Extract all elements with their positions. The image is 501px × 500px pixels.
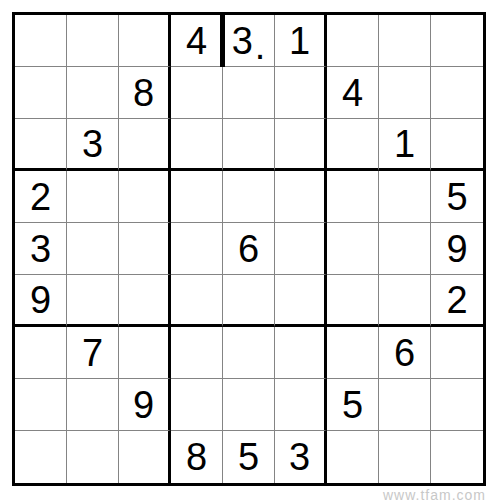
given-digit: 3	[289, 438, 310, 476]
watermark-text: www.tfam.com	[383, 487, 486, 500]
cell-r1c6[interactable]: 1	[275, 15, 327, 67]
cell-r9c7[interactable]	[327, 431, 379, 483]
cell-r6c1[interactable]: 9	[15, 275, 67, 327]
cell-r5c3[interactable]	[119, 223, 171, 275]
cell-r9c2[interactable]	[67, 431, 119, 483]
cell-r2c6[interactable]	[275, 67, 327, 119]
given-digit: 7	[82, 334, 103, 372]
cell-r9c1[interactable]	[15, 431, 67, 483]
given-digit: 2	[30, 178, 51, 216]
cell-r9c4[interactable]: 8	[171, 431, 223, 483]
cell-r1c3[interactable]	[119, 15, 171, 67]
sudoku-board: 43.1843125369927695853	[12, 12, 486, 486]
trailing-dot: .	[255, 27, 266, 65]
cell-r7c2[interactable]: 7	[67, 327, 119, 379]
cell-r8c7[interactable]: 5	[327, 379, 379, 431]
given-digit: 8	[186, 438, 207, 476]
given-digit: 8	[133, 74, 154, 112]
cell-r6c2[interactable]	[67, 275, 119, 327]
cell-r5c4[interactable]	[171, 223, 223, 275]
cell-r3c2[interactable]: 3	[67, 119, 119, 171]
cell-r2c1[interactable]	[15, 67, 67, 119]
cell-r2c5[interactable]	[223, 67, 275, 119]
cell-r9c8[interactable]	[379, 431, 431, 483]
cell-r1c9[interactable]	[431, 15, 483, 67]
cell-r6c4[interactable]	[171, 275, 223, 327]
cell-r2c8[interactable]	[379, 67, 431, 119]
cell-r9c5[interactable]: 5	[223, 431, 275, 483]
cell-r6c5[interactable]	[223, 275, 275, 327]
given-digit: 4	[186, 22, 207, 60]
given-digit: 9	[30, 281, 51, 319]
cell-r9c9[interactable]	[431, 431, 483, 483]
cell-r1c5[interactable]: 3.	[223, 15, 275, 67]
cell-r8c4[interactable]	[171, 379, 223, 431]
cell-r1c4[interactable]: 4	[171, 15, 223, 67]
cell-r1c8[interactable]	[379, 15, 431, 67]
given-digit: 9	[133, 386, 154, 424]
given-digit: 6	[394, 334, 415, 372]
cell-r3c1[interactable]	[15, 119, 67, 171]
cell-r7c1[interactable]	[15, 327, 67, 379]
cell-r7c9[interactable]	[431, 327, 483, 379]
given-digit: 6	[238, 230, 259, 268]
given-digit: 3	[30, 230, 51, 268]
cell-r9c6[interactable]: 3	[275, 431, 327, 483]
cell-r6c3[interactable]	[119, 275, 171, 327]
cell-r5c1[interactable]: 3	[15, 223, 67, 275]
cell-r5c8[interactable]	[379, 223, 431, 275]
cell-r4c3[interactable]	[119, 171, 171, 223]
cell-r4c8[interactable]	[379, 171, 431, 223]
cell-r8c2[interactable]	[67, 379, 119, 431]
cell-r1c1[interactable]	[15, 15, 67, 67]
cell-r3c9[interactable]	[431, 119, 483, 171]
cell-r4c9[interactable]: 5	[431, 171, 483, 223]
cell-r8c6[interactable]	[275, 379, 327, 431]
given-digit: 5	[238, 438, 259, 476]
cell-r2c3[interactable]: 8	[119, 67, 171, 119]
cell-r2c9[interactable]	[431, 67, 483, 119]
cell-r3c7[interactable]	[327, 119, 379, 171]
cell-r3c8[interactable]: 1	[379, 119, 431, 171]
cell-r1c2[interactable]	[67, 15, 119, 67]
given-digit: 3	[82, 125, 103, 163]
cell-r5c5[interactable]: 6	[223, 223, 275, 275]
given-digit: 3	[232, 22, 253, 60]
cell-r6c6[interactable]	[275, 275, 327, 327]
cell-r3c5[interactable]	[223, 119, 275, 171]
cell-r7c7[interactable]	[327, 327, 379, 379]
given-digit: 4	[342, 74, 363, 112]
cell-r5c7[interactable]	[327, 223, 379, 275]
cell-r7c5[interactable]	[223, 327, 275, 379]
cell-r7c6[interactable]	[275, 327, 327, 379]
cell-r4c6[interactable]	[275, 171, 327, 223]
cell-r8c9[interactable]	[431, 379, 483, 431]
given-digit: 9	[446, 230, 467, 268]
cell-r5c6[interactable]	[275, 223, 327, 275]
given-digit: 5	[446, 178, 467, 216]
cell-r8c5[interactable]	[223, 379, 275, 431]
cell-r5c2[interactable]	[67, 223, 119, 275]
cell-r1c7[interactable]	[327, 15, 379, 67]
cell-r3c4[interactable]	[171, 119, 223, 171]
cell-r7c8[interactable]: 6	[379, 327, 431, 379]
cell-r4c2[interactable]	[67, 171, 119, 223]
given-digit: 1	[394, 125, 415, 163]
cell-r2c2[interactable]	[67, 67, 119, 119]
cell-r4c7[interactable]	[327, 171, 379, 223]
cell-r7c3[interactable]	[119, 327, 171, 379]
cell-r8c3[interactable]: 9	[119, 379, 171, 431]
cell-r9c3[interactable]	[119, 431, 171, 483]
cell-r8c1[interactable]	[15, 379, 67, 431]
cell-r4c1[interactable]: 2	[15, 171, 67, 223]
given-digit: 5	[342, 386, 363, 424]
cell-r4c5[interactable]	[223, 171, 275, 223]
cell-r3c3[interactable]	[119, 119, 171, 171]
cell-r7c4[interactable]	[171, 327, 223, 379]
cell-r5c9[interactable]: 9	[431, 223, 483, 275]
cell-r8c8[interactable]	[379, 379, 431, 431]
given-digit: 1	[289, 22, 310, 60]
cell-r6c8[interactable]	[379, 275, 431, 327]
cell-r4c4[interactable]	[171, 171, 223, 223]
cell-r2c7[interactable]: 4	[327, 67, 379, 119]
given-digit: 2	[446, 281, 467, 319]
cell-r2c4[interactable]	[171, 67, 223, 119]
cell-r6c7[interactable]	[327, 275, 379, 327]
cell-r3c6[interactable]	[275, 119, 327, 171]
cell-r6c9[interactable]: 2	[431, 275, 483, 327]
